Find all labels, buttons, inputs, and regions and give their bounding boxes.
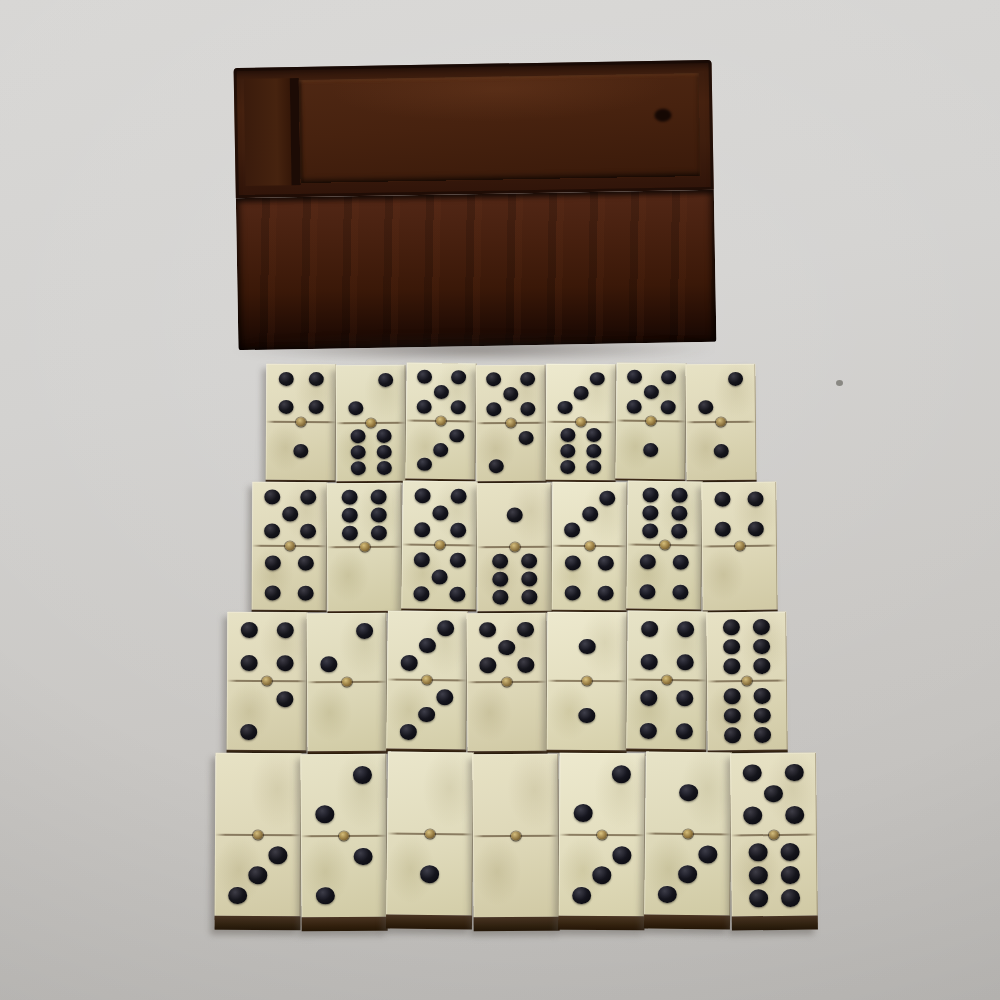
pip [586, 460, 601, 474]
pip [400, 655, 417, 671]
pip [353, 848, 372, 866]
domino-2-0[interactable] [306, 613, 387, 755]
upper-half [306, 613, 387, 683]
pip [587, 428, 602, 442]
wooden-box [234, 60, 717, 350]
pip [492, 572, 508, 587]
brass-spinner-pin [576, 417, 586, 426]
pip [639, 585, 655, 600]
domino-0-0[interactable] [472, 754, 559, 932]
pip [503, 387, 518, 401]
pip [241, 655, 258, 671]
domino-4-1[interactable] [266, 364, 337, 482]
brass-spinner-pin [422, 675, 432, 684]
domino-face [547, 612, 628, 750]
pip [612, 765, 631, 783]
tile-thickness-edge [214, 916, 300, 931]
pip [437, 689, 454, 705]
pip [264, 523, 280, 538]
tile-thickness-edge [474, 917, 560, 932]
domino-5-0[interactable] [466, 613, 547, 755]
lower-half [707, 681, 788, 751]
domino-1-6[interactable] [476, 483, 552, 614]
domino-1-1[interactable] [547, 612, 628, 753]
domino-0-3[interactable] [214, 753, 301, 931]
pip [565, 586, 581, 601]
pip [627, 370, 642, 384]
box-end-wall [244, 78, 292, 186]
upper-half [685, 364, 756, 423]
pip [300, 523, 316, 538]
pip [350, 445, 365, 459]
brass-spinner-pin [716, 417, 726, 426]
pip [493, 590, 509, 605]
pip [643, 505, 659, 520]
pip [276, 655, 293, 671]
pip [698, 400, 713, 414]
brass-spinner-pin [284, 541, 294, 550]
pip [676, 654, 693, 670]
pip [671, 524, 687, 539]
lower-half [626, 680, 707, 750]
tile-thickness-edge [302, 917, 388, 932]
pip [316, 887, 335, 905]
pip [572, 887, 591, 905]
upper-half [406, 363, 477, 422]
domino-face [227, 612, 308, 750]
lower-half [301, 835, 388, 917]
pip [784, 763, 803, 781]
lower-half [686, 422, 757, 481]
upper-half [215, 753, 301, 835]
pip [370, 507, 386, 522]
pip [300, 490, 316, 505]
lower-half [386, 680, 467, 750]
domino-5-3[interactable] [405, 363, 476, 482]
brass-spinner-pin [253, 830, 263, 839]
pip [342, 526, 358, 541]
upper-half [546, 364, 616, 422]
brass-spinner-pin [584, 541, 594, 550]
lower-half [467, 682, 548, 752]
domino-3-4[interactable] [552, 482, 628, 612]
pip [315, 806, 334, 824]
upper-half [266, 364, 336, 422]
pip [679, 784, 698, 802]
pip [282, 507, 298, 522]
lower-half [386, 833, 473, 916]
pip [598, 555, 614, 570]
pip [748, 866, 767, 884]
pip [643, 487, 659, 502]
domino-row-3 [227, 612, 787, 753]
pip [451, 370, 466, 384]
pip [350, 461, 365, 475]
domino-face [386, 611, 468, 750]
pip [743, 764, 762, 782]
pip [747, 491, 763, 506]
domino-face [336, 365, 407, 482]
lower-half [336, 423, 406, 482]
pip [590, 372, 605, 386]
pip [479, 658, 496, 674]
upper-half [616, 363, 687, 422]
pip [724, 708, 741, 724]
pip [723, 619, 740, 635]
pip [640, 554, 656, 569]
upper-half [645, 751, 732, 834]
box-front-panel [236, 190, 717, 350]
domino-2-3[interactable] [558, 753, 645, 931]
pip [414, 489, 430, 504]
brass-spinner-pin [339, 831, 349, 840]
pip [574, 386, 589, 400]
domino-4-0[interactable] [701, 482, 777, 613]
lower-half [547, 681, 627, 750]
pip [643, 443, 658, 457]
lower-half [477, 547, 553, 612]
pip [433, 443, 448, 457]
domino-6-0[interactable] [326, 483, 402, 614]
upper-half [706, 612, 787, 682]
pip [560, 460, 575, 474]
domino-3-3[interactable] [386, 611, 468, 753]
lower-half [546, 422, 616, 480]
pip [353, 766, 372, 784]
upper-half [466, 613, 547, 683]
pip [278, 400, 293, 414]
pip [754, 707, 771, 723]
brass-spinner-pin [366, 418, 376, 427]
box-lid [234, 60, 714, 198]
pip [241, 622, 258, 638]
upper-half [627, 481, 703, 546]
pip [413, 586, 429, 601]
pip [723, 658, 740, 674]
pip [519, 431, 534, 445]
brass-spinner-pin [662, 675, 672, 684]
pip [560, 428, 575, 442]
domino-face [300, 754, 387, 918]
upper-half [559, 753, 645, 835]
pip [676, 690, 693, 706]
pip [781, 889, 800, 907]
pip [748, 522, 764, 537]
lower-half [473, 835, 560, 917]
pip [753, 638, 770, 654]
brass-spinner-pin [502, 677, 512, 686]
domino-face [401, 481, 478, 610]
lower-half [731, 834, 818, 916]
brass-spinner-pin [734, 541, 744, 550]
pip [371, 525, 387, 540]
pip [582, 507, 598, 522]
domino-face [644, 751, 732, 915]
pip [342, 508, 358, 523]
domino-4-2[interactable] [227, 612, 308, 753]
domino-face [559, 753, 646, 917]
pip [356, 623, 373, 639]
upper-half [336, 365, 406, 424]
pip [723, 688, 740, 704]
domino-face [615, 363, 686, 480]
pip [715, 522, 731, 537]
domino-row-2 [252, 482, 777, 612]
box-cast-shadow [228, 336, 720, 362]
pip [450, 400, 465, 414]
domino-2-6[interactable] [336, 365, 407, 484]
pip [506, 508, 522, 523]
lower-half [252, 546, 327, 610]
pip [520, 372, 535, 386]
pip [557, 400, 572, 414]
domino-face [326, 483, 402, 612]
pip [641, 654, 658, 670]
pip [399, 724, 416, 740]
pip [278, 372, 293, 386]
pip [579, 639, 596, 655]
pip [265, 555, 281, 570]
upper-half [252, 482, 327, 546]
pip [449, 429, 464, 443]
pip [599, 491, 615, 506]
lower-half [552, 546, 627, 610]
pip [723, 639, 740, 655]
pip [641, 621, 658, 637]
domino-face [546, 364, 617, 480]
brass-spinner-pin [296, 417, 306, 426]
brass-spinner-pin [342, 677, 352, 686]
pip [342, 490, 358, 505]
domino-0-1[interactable] [386, 751, 474, 929]
lower-half [405, 421, 476, 480]
lower-half [702, 546, 778, 611]
pip [749, 889, 768, 907]
lower-half [215, 834, 301, 916]
domino-6-4[interactable] [626, 481, 703, 612]
tile-thickness-edge [386, 914, 472, 929]
pip [698, 845, 717, 863]
domino-row-4 [215, 753, 817, 930]
domino-6-6[interactable] [706, 612, 787, 754]
domino-5-4[interactable] [252, 482, 328, 612]
domino-face [386, 751, 474, 915]
pip [612, 846, 631, 864]
pip [417, 457, 432, 471]
upper-half [552, 482, 627, 546]
pip [432, 505, 448, 520]
pip [248, 866, 267, 884]
pip [517, 621, 534, 637]
domino-5-5[interactable] [401, 481, 478, 612]
domino-face [626, 481, 703, 610]
pip [487, 402, 502, 416]
pip [574, 804, 593, 822]
lower-half [615, 421, 686, 480]
pip [370, 489, 386, 504]
pip [673, 554, 689, 569]
domino-2-2[interactable] [300, 754, 387, 932]
pip [560, 444, 575, 458]
pip [413, 553, 429, 568]
pip [492, 554, 508, 569]
pip [658, 885, 677, 903]
pip [748, 844, 767, 862]
pip [241, 724, 258, 740]
upper-half [402, 481, 478, 546]
pip [298, 586, 314, 601]
brass-spinner-pin [646, 416, 656, 425]
pip [517, 657, 534, 673]
domino-face [472, 754, 559, 918]
pip [309, 400, 324, 414]
upper-half [472, 754, 559, 836]
domino-face [476, 365, 547, 482]
pip [724, 727, 741, 743]
pip [377, 461, 392, 475]
pip [728, 372, 743, 386]
lower-half [626, 545, 702, 610]
pip [418, 706, 435, 722]
brass-spinner-pin [434, 540, 444, 549]
pip [309, 372, 324, 386]
pip [431, 569, 447, 584]
pip [276, 622, 293, 638]
lower-half [266, 422, 336, 480]
domino-2-1[interactable] [685, 364, 756, 483]
pip [764, 785, 783, 803]
pip [714, 491, 730, 506]
pip [640, 723, 657, 739]
pip [781, 866, 800, 884]
domino-face [701, 482, 777, 611]
pip [264, 490, 280, 505]
pip [377, 429, 392, 443]
domino-face [405, 363, 476, 480]
pip [671, 488, 687, 503]
lid-sliding-panel[interactable] [299, 73, 701, 183]
pip [753, 658, 770, 674]
brass-spinner-pin [436, 416, 446, 425]
upper-half [326, 483, 402, 548]
pip [641, 690, 658, 706]
lower-half [559, 834, 645, 916]
upper-half [387, 751, 474, 834]
brass-spinner-pin [683, 829, 693, 838]
pip [498, 640, 515, 656]
tile-thickness-edge [644, 914, 730, 929]
pip [521, 571, 537, 586]
pip [714, 444, 729, 458]
pip [743, 806, 762, 824]
pip [417, 370, 432, 384]
pip [450, 489, 466, 504]
pip [449, 553, 465, 568]
upper-half [627, 611, 708, 681]
pip [419, 638, 436, 654]
pip [598, 586, 614, 601]
background-speck [836, 380, 843, 386]
domino-5-6[interactable] [730, 753, 818, 931]
upper-half [547, 612, 627, 681]
domino-face [252, 482, 328, 610]
lower-half [327, 547, 403, 612]
pip [276, 691, 293, 707]
tile-thickness-edge [732, 916, 818, 931]
domino-face [476, 483, 552, 612]
pip [479, 622, 496, 638]
brass-spinner-pin [506, 418, 516, 427]
pip [521, 553, 537, 568]
pip [350, 429, 365, 443]
pip [417, 400, 432, 414]
pip [754, 688, 771, 704]
domino-5-2[interactable] [476, 365, 547, 484]
domino-1-3[interactable] [644, 751, 732, 929]
pip [564, 522, 580, 537]
domino-5-1[interactable] [615, 363, 686, 482]
pip [642, 523, 658, 538]
pip [578, 708, 595, 724]
brass-spinner-pin [262, 676, 272, 685]
pip [450, 522, 466, 537]
photo-scene [0, 0, 1000, 1000]
brass-spinner-pin [509, 542, 519, 551]
domino-face [626, 611, 708, 750]
pip [660, 400, 675, 414]
pip [565, 555, 581, 570]
pip [592, 866, 611, 884]
pip [661, 370, 676, 384]
pip [298, 555, 314, 570]
pip [754, 727, 771, 743]
pip [377, 445, 392, 459]
brass-spinner-pin [582, 676, 592, 685]
brass-spinner-pin [742, 676, 752, 685]
pip [420, 865, 439, 883]
pip [265, 586, 281, 601]
brass-spinner-pin [769, 830, 779, 839]
brass-spinner-pin [659, 540, 669, 549]
pip [644, 385, 659, 399]
brass-spinner-pin [511, 831, 521, 840]
pip [672, 585, 688, 600]
pip [321, 656, 338, 672]
upper-half [227, 612, 307, 681]
domino-3-6[interactable] [546, 364, 617, 482]
domino-4-4[interactable] [626, 611, 708, 753]
domino-face [266, 364, 337, 480]
domino-face [706, 612, 787, 751]
lower-half [401, 545, 477, 610]
pip [671, 506, 687, 521]
pip [437, 620, 454, 636]
brass-spinner-pin [597, 830, 607, 839]
domino-face [306, 613, 387, 752]
pip [785, 806, 804, 824]
lower-half [644, 833, 731, 916]
domino-face [730, 753, 818, 917]
domino-face [552, 482, 628, 610]
upper-half [701, 482, 777, 547]
upper-half [476, 483, 552, 548]
pip [488, 459, 503, 473]
upper-half [730, 753, 817, 835]
pip [781, 843, 800, 861]
pip [675, 723, 692, 739]
lower-half [476, 423, 546, 482]
pip [587, 444, 602, 458]
